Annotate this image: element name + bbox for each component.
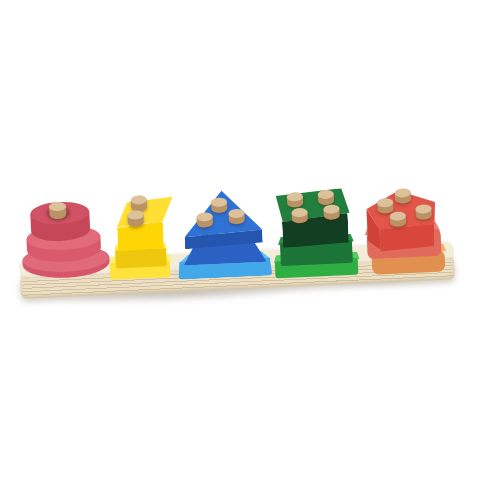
counting-peg: [291, 208, 308, 224]
counting-peg: [228, 209, 245, 225]
counting-peg: [415, 204, 432, 220]
counting-peg: [318, 190, 335, 206]
counting-peg: [211, 197, 228, 213]
counting-peg: [127, 210, 144, 227]
counting-peg: [131, 195, 148, 212]
shape-sorter-toy: [0, 0, 480, 480]
counting-peg: [390, 211, 407, 227]
product-photo: [0, 0, 480, 480]
counting-peg: [196, 212, 213, 228]
counting-peg: [49, 202, 67, 220]
counting-peg: [395, 188, 412, 204]
yellow-middle-slab: [115, 248, 167, 268]
counting-peg: [287, 192, 304, 208]
counting-peg: [323, 204, 340, 220]
